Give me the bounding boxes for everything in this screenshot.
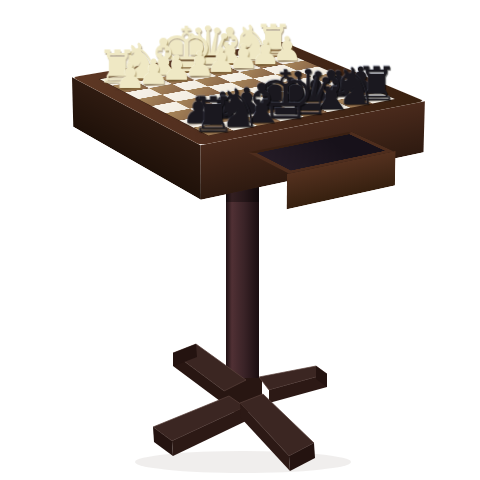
square-h8: ♜	[194, 123, 233, 135]
table-3d-wrapper: ♜♞♝♚♛♝♞♜♟♟♟♟♟♟♟♟♟♟♟♟♟♟♟♟♜♞♝♚♛♝♞♜	[0, 0, 480, 480]
chess-table-photo: ♜♞♝♚♛♝♞♜♟♟♟♟♟♟♟♟♟♟♟♟♟♟♟♟♜♞♝♚♛♝♞♜	[0, 0, 480, 480]
table-top: ♜♞♝♚♛♝♞♜♟♟♟♟♟♟♟♟♟♟♟♟♟♟♟♟♜♞♝♚♛♝♞♜	[72, 41, 425, 145]
